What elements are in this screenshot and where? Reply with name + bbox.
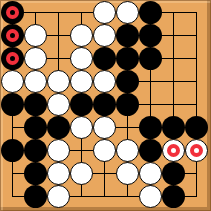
white-stone[interactable] xyxy=(47,139,70,162)
white-stone[interactable] xyxy=(47,70,70,93)
black-stone[interactable] xyxy=(185,116,208,139)
black-stone[interactable] xyxy=(1,1,24,24)
black-stone[interactable] xyxy=(162,116,185,139)
black-stone[interactable] xyxy=(139,47,162,70)
black-stone[interactable] xyxy=(116,70,139,93)
white-stone[interactable] xyxy=(139,185,162,208)
black-stone[interactable] xyxy=(70,93,93,116)
go-board[interactable] xyxy=(0,0,211,211)
black-stone[interactable] xyxy=(47,116,70,139)
white-stone[interactable] xyxy=(139,162,162,185)
red-circle-marker xyxy=(6,52,19,65)
white-stone[interactable] xyxy=(93,116,116,139)
white-stone[interactable] xyxy=(185,139,208,162)
red-circle-marker xyxy=(6,6,19,19)
black-stone[interactable] xyxy=(139,139,162,162)
black-stone[interactable] xyxy=(162,162,185,185)
black-stone[interactable] xyxy=(1,24,24,47)
white-stone[interactable] xyxy=(93,24,116,47)
black-stone[interactable] xyxy=(139,24,162,47)
black-stone[interactable] xyxy=(93,93,116,116)
white-stone[interactable] xyxy=(70,70,93,93)
red-circle-marker xyxy=(6,29,19,42)
black-stone[interactable] xyxy=(116,24,139,47)
white-stone[interactable] xyxy=(1,70,24,93)
white-stone[interactable] xyxy=(162,139,185,162)
black-stone[interactable] xyxy=(1,47,24,70)
black-stone[interactable] xyxy=(1,93,24,116)
black-stone[interactable] xyxy=(139,116,162,139)
black-stone[interactable] xyxy=(162,185,185,208)
black-stone[interactable] xyxy=(24,93,47,116)
white-stone[interactable] xyxy=(70,47,93,70)
white-stone[interactable] xyxy=(70,116,93,139)
white-stone[interactable] xyxy=(70,24,93,47)
black-stone[interactable] xyxy=(24,185,47,208)
white-stone[interactable] xyxy=(24,24,47,47)
black-stone[interactable] xyxy=(24,116,47,139)
black-stone[interactable] xyxy=(24,139,47,162)
black-stone[interactable] xyxy=(1,139,24,162)
white-stone[interactable] xyxy=(93,70,116,93)
white-stone[interactable] xyxy=(116,139,139,162)
white-stone[interactable] xyxy=(24,47,47,70)
white-stone[interactable] xyxy=(93,139,116,162)
white-stone[interactable] xyxy=(70,162,93,185)
black-stone[interactable] xyxy=(139,1,162,24)
white-stone[interactable] xyxy=(47,162,70,185)
white-stone[interactable] xyxy=(47,93,70,116)
black-stone[interactable] xyxy=(24,162,47,185)
black-stone[interactable] xyxy=(93,47,116,70)
white-stone[interactable] xyxy=(24,70,47,93)
red-circle-marker xyxy=(190,144,203,157)
black-stone[interactable] xyxy=(116,93,139,116)
white-stone[interactable] xyxy=(47,185,70,208)
black-stone[interactable] xyxy=(116,47,139,70)
white-stone[interactable] xyxy=(116,1,139,24)
white-stone[interactable] xyxy=(116,162,139,185)
red-circle-marker xyxy=(167,144,180,157)
white-stone[interactable] xyxy=(93,1,116,24)
